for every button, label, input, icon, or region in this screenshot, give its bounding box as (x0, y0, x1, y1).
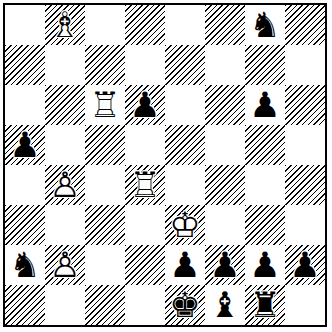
square-e6[interactable] (165, 85, 205, 125)
square-c3[interactable] (85, 205, 125, 245)
black-king-piece[interactable]: ♚ (165, 285, 205, 325)
square-g7[interactable] (245, 45, 285, 85)
black-rook-piece[interactable]: ♜ (245, 285, 285, 325)
square-h7[interactable] (285, 45, 325, 85)
white-rook-piece[interactable]: ♜♖ (125, 165, 165, 205)
square-f3[interactable] (205, 205, 245, 245)
square-f5[interactable] (205, 125, 245, 165)
white-pawn-piece[interactable]: ♟♙ (45, 165, 85, 205)
white-king-icon: ♔ (165, 205, 205, 245)
square-b6[interactable] (45, 85, 85, 125)
square-b3[interactable] (45, 205, 85, 245)
square-e4[interactable] (165, 165, 205, 205)
square-e7[interactable] (165, 45, 205, 85)
white-king-piece[interactable]: ♚♔ (165, 205, 205, 245)
square-e8[interactable] (165, 5, 205, 45)
square-h1[interactable] (285, 285, 325, 325)
square-d2[interactable] (125, 245, 165, 285)
white-bishop-icon: ♗ (45, 5, 85, 45)
square-f2[interactable]: ♟ (205, 245, 245, 285)
square-g2[interactable]: ♟ (245, 245, 285, 285)
square-a2[interactable]: ♞ (5, 245, 45, 285)
square-c4[interactable] (85, 165, 125, 205)
black-pawn-icon: ♟ (205, 245, 245, 285)
square-a7[interactable] (5, 45, 45, 85)
black-pawn-icon: ♟ (125, 85, 165, 125)
square-a4[interactable] (5, 165, 45, 205)
square-h2[interactable]: ♟ (285, 245, 325, 285)
black-knight-icon: ♞ (5, 245, 45, 285)
black-bishop-piece[interactable]: ♝ (205, 285, 245, 325)
black-pawn-icon: ♟ (5, 125, 45, 165)
square-e5[interactable] (165, 125, 205, 165)
square-g6[interactable]: ♟ (245, 85, 285, 125)
white-rook-icon: ♖ (85, 85, 125, 125)
black-pawn-piece[interactable]: ♟ (245, 85, 285, 125)
square-a1[interactable] (5, 285, 45, 325)
square-a8[interactable] (5, 5, 45, 45)
square-c1[interactable] (85, 285, 125, 325)
black-pawn-piece[interactable]: ♟ (205, 245, 245, 285)
black-knight-piece[interactable]: ♞ (5, 245, 45, 285)
square-g4[interactable] (245, 165, 285, 205)
square-b8[interactable]: ♝♗ (45, 5, 85, 45)
square-c7[interactable] (85, 45, 125, 85)
square-b1[interactable] (45, 285, 85, 325)
black-bishop-icon: ♝ (205, 285, 245, 325)
white-bishop-piece[interactable]: ♝♗ (45, 5, 85, 45)
square-h5[interactable] (285, 125, 325, 165)
black-pawn-icon: ♟ (285, 245, 325, 285)
square-f7[interactable] (205, 45, 245, 85)
square-f4[interactable] (205, 165, 245, 205)
square-e1[interactable]: ♚ (165, 285, 205, 325)
square-g8[interactable]: ♞ (245, 5, 285, 45)
black-king-icon: ♚ (165, 285, 205, 325)
black-pawn-icon: ♟ (245, 245, 285, 285)
black-pawn-piece[interactable]: ♟ (125, 85, 165, 125)
black-pawn-icon: ♟ (245, 85, 285, 125)
square-h8[interactable] (285, 5, 325, 45)
square-c6[interactable]: ♜♖ (85, 85, 125, 125)
square-a3[interactable] (5, 205, 45, 245)
black-pawn-piece[interactable]: ♟ (245, 245, 285, 285)
square-e2[interactable]: ♟ (165, 245, 205, 285)
white-pawn-icon: ♙ (45, 245, 85, 285)
square-b2[interactable]: ♟♙ (45, 245, 85, 285)
square-d1[interactable] (125, 285, 165, 325)
black-pawn-piece[interactable]: ♟ (285, 245, 325, 285)
square-d7[interactable] (125, 45, 165, 85)
chess-board: ♝♗♞♜♖♟♟♟♟♙♜♖♚♔♞♟♙♟♟♟♟♚♝♜ (3, 3, 327, 327)
black-knight-icon: ♞ (245, 5, 285, 45)
square-b5[interactable] (45, 125, 85, 165)
square-f6[interactable] (205, 85, 245, 125)
square-h4[interactable] (285, 165, 325, 205)
black-pawn-icon: ♟ (165, 245, 205, 285)
black-pawn-piece[interactable]: ♟ (165, 245, 205, 285)
white-pawn-icon: ♙ (45, 165, 85, 205)
square-c5[interactable] (85, 125, 125, 165)
square-c2[interactable] (85, 245, 125, 285)
square-b4[interactable]: ♟♙ (45, 165, 85, 205)
square-g5[interactable] (245, 125, 285, 165)
square-g3[interactable] (245, 205, 285, 245)
square-a5[interactable]: ♟ (5, 125, 45, 165)
square-f1[interactable]: ♝ (205, 285, 245, 325)
black-pawn-piece[interactable]: ♟ (5, 125, 45, 165)
square-g1[interactable]: ♜ (245, 285, 285, 325)
square-h3[interactable] (285, 205, 325, 245)
chess-diagram-page: ♝♗♞♜♖♟♟♟♟♙♜♖♚♔♞♟♙♟♟♟♟♚♝♜ (0, 0, 332, 332)
square-a6[interactable] (5, 85, 45, 125)
square-d4[interactable]: ♜♖ (125, 165, 165, 205)
white-pawn-piece[interactable]: ♟♙ (45, 245, 85, 285)
square-d8[interactable] (125, 5, 165, 45)
square-d5[interactable] (125, 125, 165, 165)
white-rook-piece[interactable]: ♜♖ (85, 85, 125, 125)
square-d6[interactable]: ♟ (125, 85, 165, 125)
white-rook-icon: ♖ (125, 165, 165, 205)
square-b7[interactable] (45, 45, 85, 85)
square-c8[interactable] (85, 5, 125, 45)
square-f8[interactable] (205, 5, 245, 45)
black-knight-piece[interactable]: ♞ (245, 5, 285, 45)
black-rook-icon: ♜ (245, 285, 285, 325)
square-d3[interactable] (125, 205, 165, 245)
square-h6[interactable] (285, 85, 325, 125)
square-e3[interactable]: ♚♔ (165, 205, 205, 245)
